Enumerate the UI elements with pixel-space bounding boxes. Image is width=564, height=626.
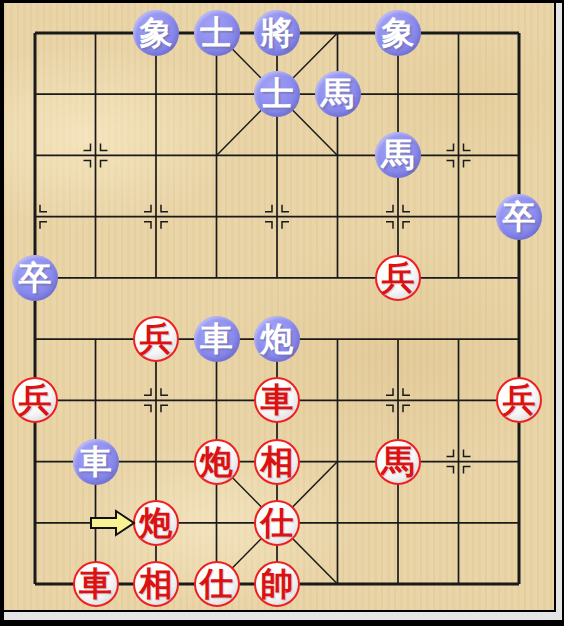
piece-red-advisor[interactable]: 仕 [254, 500, 300, 546]
piece-black-soldier[interactable]: 卒 [12, 255, 58, 301]
piece-red-general[interactable]: 帥 [254, 561, 300, 607]
piece-black-advisor[interactable]: 士 [254, 71, 300, 117]
piece-black-advisor[interactable]: 士 [194, 10, 240, 56]
piece-black-cannon[interactable]: 炮 [254, 316, 300, 362]
piece-black-general[interactable]: 將 [254, 10, 300, 56]
piece-black-elephant[interactable]: 象 [133, 10, 179, 56]
piece-red-soldier[interactable]: 兵 [375, 255, 421, 301]
board[interactable]: 象士將象士馬馬卒卒兵兵車炮兵車兵車炮相馬炮仕車相仕帥 [5, 2, 550, 614]
piece-black-chariot[interactable]: 車 [73, 439, 119, 485]
piece-red-soldier[interactable]: 兵 [496, 377, 542, 423]
piece-black-elephant[interactable]: 象 [375, 10, 421, 56]
piece-red-soldier[interactable]: 兵 [12, 377, 58, 423]
piece-red-cannon[interactable]: 炮 [194, 439, 240, 485]
piece-red-elephant[interactable]: 相 [133, 561, 179, 607]
piece-black-soldier[interactable]: 卒 [496, 194, 542, 240]
piece-red-advisor[interactable]: 仕 [194, 561, 240, 607]
window-bevel-right [556, 3, 562, 620]
piece-black-horse[interactable]: 馬 [375, 132, 421, 178]
piece-black-chariot[interactable]: 車 [194, 316, 240, 362]
piece-red-horse[interactable]: 馬 [375, 439, 421, 485]
xiangqi-board-window: 象士將象士馬馬卒卒兵兵車炮兵車兵車炮相馬炮仕車相仕帥 [0, 0, 564, 626]
piece-red-cannon[interactable]: 炮 [133, 500, 179, 546]
piece-red-soldier[interactable]: 兵 [133, 316, 179, 362]
piece-red-elephant[interactable]: 相 [254, 439, 300, 485]
piece-red-chariot[interactable]: 車 [254, 377, 300, 423]
piece-red-chariot[interactable]: 車 [73, 561, 119, 607]
piece-black-horse[interactable]: 馬 [315, 71, 361, 117]
